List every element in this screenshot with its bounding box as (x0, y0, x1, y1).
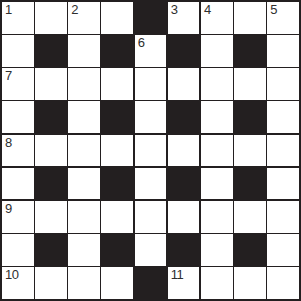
clue-number: 10 (5, 268, 18, 282)
white-cell-r1c0[interactable] (2, 35, 34, 67)
black-cell-r3c1 (35, 101, 67, 133)
white-cell-r6c6[interactable] (201, 201, 233, 233)
white-cell-r8c6[interactable] (201, 267, 233, 299)
clue-number: 11 (171, 268, 184, 282)
white-cell-r4c6[interactable] (201, 135, 233, 167)
white-cell-r6c5[interactable] (168, 201, 200, 233)
white-cell-r4c2[interactable] (68, 135, 100, 167)
white-cell-r8c3[interactable] (101, 267, 133, 299)
white-cell-r3c0[interactable] (2, 101, 34, 133)
white-cell-r4c8[interactable] (267, 135, 299, 167)
white-cell-r6c3[interactable] (101, 201, 133, 233)
clue-number: 5 (270, 3, 277, 17)
white-cell-r7c0[interactable] (2, 234, 34, 266)
clue-number: 6 (138, 36, 145, 50)
clue-number: 9 (5, 202, 12, 216)
white-cell-r2c2[interactable] (68, 68, 100, 100)
crossword-board: 1234567891011 (0, 0, 301, 301)
white-cell-r0c8[interactable]: 5 (267, 2, 299, 34)
white-cell-r6c7[interactable] (234, 201, 266, 233)
black-cell-r3c3 (101, 101, 133, 133)
white-cell-r3c2[interactable] (68, 101, 100, 133)
clue-number: 4 (204, 3, 211, 17)
black-cell-r7c7 (234, 234, 266, 266)
white-cell-r4c1[interactable] (35, 135, 67, 167)
white-cell-r3c8[interactable] (267, 101, 299, 133)
white-cell-r2c8[interactable] (267, 68, 299, 100)
white-cell-r5c8[interactable] (267, 168, 299, 200)
black-cell-r1c3 (101, 35, 133, 67)
white-cell-r2c7[interactable] (234, 68, 266, 100)
white-cell-r5c0[interactable] (2, 168, 34, 200)
white-cell-r0c3[interactable] (101, 2, 133, 34)
white-cell-r6c1[interactable] (35, 201, 67, 233)
black-cell-r5c5 (168, 168, 200, 200)
white-cell-r2c3[interactable] (101, 68, 133, 100)
black-cell-r7c1 (35, 234, 67, 266)
white-cell-r0c7[interactable] (234, 2, 266, 34)
clue-number: 1 (5, 3, 12, 17)
white-cell-r4c0[interactable]: 8 (2, 135, 34, 167)
white-cell-r2c5[interactable] (168, 68, 200, 100)
white-cell-r0c6[interactable]: 4 (201, 2, 233, 34)
black-cell-r0c4 (135, 2, 167, 34)
white-cell-r7c2[interactable] (68, 234, 100, 266)
white-cell-r6c4[interactable] (135, 201, 167, 233)
white-cell-r6c8[interactable] (267, 201, 299, 233)
white-cell-r2c6[interactable] (201, 68, 233, 100)
white-cell-r1c8[interactable] (267, 35, 299, 67)
white-cell-r2c4[interactable] (135, 68, 167, 100)
black-cell-r1c5 (168, 35, 200, 67)
black-cell-r8c4 (135, 267, 167, 299)
black-cell-r7c5 (168, 234, 200, 266)
white-cell-r2c1[interactable] (35, 68, 67, 100)
white-cell-r0c2[interactable]: 2 (68, 2, 100, 34)
white-cell-r8c1[interactable] (35, 267, 67, 299)
clue-number: 8 (5, 136, 12, 150)
white-cell-r1c2[interactable] (68, 35, 100, 67)
clue-number: 7 (5, 69, 12, 83)
black-cell-r5c1 (35, 168, 67, 200)
white-cell-r4c7[interactable] (234, 135, 266, 167)
white-cell-r8c7[interactable] (234, 267, 266, 299)
black-cell-r5c3 (101, 168, 133, 200)
white-cell-r8c2[interactable] (68, 267, 100, 299)
white-cell-r0c0[interactable]: 1 (2, 2, 34, 34)
white-cell-r6c2[interactable] (68, 201, 100, 233)
white-cell-r4c3[interactable] (101, 135, 133, 167)
black-cell-r5c7 (234, 168, 266, 200)
white-cell-r2c0[interactable]: 7 (2, 68, 34, 100)
black-cell-r1c7 (234, 35, 266, 67)
white-cell-r8c5[interactable]: 11 (168, 267, 200, 299)
white-cell-r7c8[interactable] (267, 234, 299, 266)
white-cell-r7c6[interactable] (201, 234, 233, 266)
clue-number: 3 (171, 3, 178, 17)
white-cell-r0c1[interactable] (35, 2, 67, 34)
black-cell-r1c1 (35, 35, 67, 67)
white-cell-r1c4[interactable]: 6 (135, 35, 167, 67)
white-cell-r4c4[interactable] (135, 135, 167, 167)
white-cell-r1c6[interactable] (201, 35, 233, 67)
white-cell-r3c4[interactable] (135, 101, 167, 133)
white-cell-r0c5[interactable]: 3 (168, 2, 200, 34)
white-cell-r8c0[interactable]: 10 (2, 267, 34, 299)
black-cell-r3c7 (234, 101, 266, 133)
white-cell-r3c6[interactable] (201, 101, 233, 133)
black-cell-r7c3 (101, 234, 133, 266)
clue-number: 2 (71, 3, 78, 17)
white-cell-r5c6[interactable] (201, 168, 233, 200)
white-cell-r5c2[interactable] (68, 168, 100, 200)
white-cell-r4c5[interactable] (168, 135, 200, 167)
white-cell-r7c4[interactable] (135, 234, 167, 266)
white-cell-r8c8[interactable] (267, 267, 299, 299)
white-cell-r5c4[interactable] (135, 168, 167, 200)
black-cell-r3c5 (168, 101, 200, 133)
white-cell-r6c0[interactable]: 9 (2, 201, 34, 233)
